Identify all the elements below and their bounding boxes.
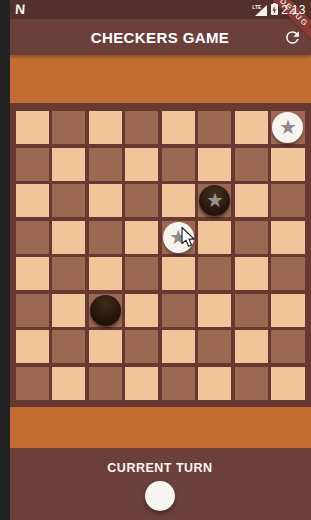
board-square[interactable] (89, 111, 122, 144)
board-square[interactable]: ★ (162, 221, 195, 254)
board-square[interactable] (16, 257, 49, 290)
board-square[interactable] (52, 148, 85, 181)
board-square[interactable] (235, 221, 268, 254)
board-square[interactable] (125, 184, 158, 217)
board-square[interactable] (89, 184, 122, 217)
board-square[interactable] (125, 367, 158, 400)
lte-signal-icon: LTE (252, 3, 267, 17)
board-square[interactable] (198, 148, 231, 181)
board-square[interactable] (235, 367, 268, 400)
board-square[interactable] (198, 367, 231, 400)
current-turn-piece-indicator (145, 481, 175, 511)
board-square[interactable] (162, 330, 195, 363)
refresh-button[interactable] (282, 26, 304, 48)
board-square[interactable] (52, 367, 85, 400)
board-square[interactable] (162, 294, 195, 327)
board-square[interactable] (162, 257, 195, 290)
board-square[interactable] (235, 111, 268, 144)
board-square[interactable] (16, 221, 49, 254)
status-bar-clock: 2:13 (281, 3, 306, 17)
notification-n-icon: N (13, 0, 25, 19)
white-king-piece[interactable]: ★ (163, 222, 194, 253)
board-square[interactable] (162, 367, 195, 400)
board-square[interactable] (198, 111, 231, 144)
charging-bolt-icon (272, 6, 277, 14)
board-square[interactable] (89, 221, 122, 254)
board-square[interactable] (16, 367, 49, 400)
board-square[interactable] (16, 111, 49, 144)
board-square[interactable] (125, 330, 158, 363)
board-square[interactable] (271, 184, 304, 217)
board-square[interactable] (125, 148, 158, 181)
board-square[interactable] (16, 184, 49, 217)
top-orange-band (10, 55, 311, 103)
board-square[interactable] (125, 257, 158, 290)
turn-panel: CURRENT TURN (10, 448, 311, 520)
board-square[interactable] (271, 221, 304, 254)
current-turn-label: CURRENT TURN (107, 461, 212, 475)
board-square[interactable] (52, 257, 85, 290)
board-square[interactable] (271, 148, 304, 181)
board-square[interactable] (89, 294, 122, 327)
board-square[interactable] (125, 221, 158, 254)
status-bar-right: LTE 2:13 (252, 3, 306, 17)
app-bar: CHECKERS GAME (10, 19, 311, 55)
board-square[interactable] (125, 294, 158, 327)
board-square[interactable] (52, 221, 85, 254)
status-bar: N LTE 2:13 (10, 0, 311, 19)
board-square[interactable] (235, 330, 268, 363)
black-man-piece[interactable] (90, 295, 121, 326)
board-square[interactable] (271, 367, 304, 400)
refresh-icon (283, 28, 302, 47)
board-square[interactable] (271, 330, 304, 363)
bottom-orange-band (10, 407, 311, 448)
board-square[interactable] (52, 294, 85, 327)
board-square[interactable] (16, 330, 49, 363)
board-square[interactable] (89, 330, 122, 363)
board-square[interactable] (52, 330, 85, 363)
board-square[interactable]: ★ (271, 111, 304, 144)
checkers-app-screen: DEBUG N LTE 2:13 CHECKERS GAME (10, 0, 311, 520)
board-square[interactable] (52, 111, 85, 144)
black-king-piece[interactable]: ★ (199, 185, 230, 216)
king-star-icon: ★ (206, 190, 224, 211)
battery-charging-icon (270, 3, 278, 17)
board-square[interactable] (89, 367, 122, 400)
page-title: CHECKERS GAME (91, 29, 230, 46)
white-king-piece[interactable]: ★ (272, 112, 303, 143)
board-square[interactable] (235, 184, 268, 217)
king-star-icon: ★ (279, 117, 297, 138)
signal-triangle-icon (255, 5, 267, 16)
board-square[interactable] (162, 184, 195, 217)
board-square[interactable] (89, 257, 122, 290)
board-square[interactable] (162, 148, 195, 181)
board-square[interactable] (89, 148, 122, 181)
board-square[interactable] (198, 221, 231, 254)
board-square[interactable] (235, 148, 268, 181)
board-square[interactable] (16, 294, 49, 327)
board-square[interactable] (235, 294, 268, 327)
board-square[interactable] (162, 111, 195, 144)
board: ★★★ (10, 103, 311, 407)
board-square[interactable] (271, 294, 304, 327)
board-square[interactable] (198, 330, 231, 363)
board-square[interactable] (235, 257, 268, 290)
board-square[interactable] (198, 294, 231, 327)
board-square[interactable] (125, 111, 158, 144)
board-square[interactable] (271, 257, 304, 290)
board-square[interactable] (198, 257, 231, 290)
king-star-icon: ★ (169, 227, 187, 248)
board-square[interactable]: ★ (198, 184, 231, 217)
board-square[interactable] (16, 148, 49, 181)
board-square[interactable] (52, 184, 85, 217)
